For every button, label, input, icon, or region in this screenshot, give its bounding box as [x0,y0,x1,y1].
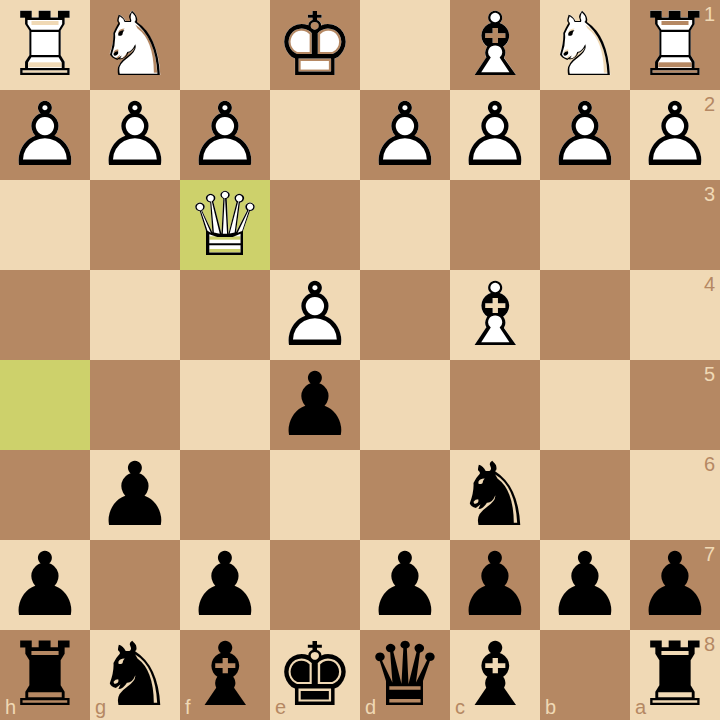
square-f8[interactable]: ♝f [180,630,270,720]
square-d5[interactable] [360,360,450,450]
square-e3[interactable] [270,180,360,270]
square-f5[interactable] [180,360,270,450]
square-h4[interactable] [0,270,90,360]
square-h2[interactable]: ♟ [0,90,90,180]
rank-label-6: 6 [704,454,715,474]
piece-white-pawn-d2[interactable]: ♟ [360,90,450,180]
square-g8[interactable]: ♞g [90,630,180,720]
rank-label-4: 4 [704,274,715,294]
piece-black-pawn-d7[interactable]: ♟ [360,540,450,630]
piece-white-rook-h1[interactable]: ♜ [0,0,90,90]
piece-black-knight-c6[interactable]: ♞ [450,450,540,540]
square-h1[interactable]: ♜ [0,0,90,90]
square-f4[interactable] [180,270,270,360]
square-d7[interactable]: ♟ [360,540,450,630]
piece-white-king-e1[interactable]: ♚ [270,0,360,90]
square-d8[interactable]: ♛d [360,630,450,720]
square-g3[interactable] [90,180,180,270]
square-c1[interactable]: ♝ [450,0,540,90]
piece-white-pawn-a2[interactable]: ♟ [630,90,720,180]
piece-white-knight-b1[interactable]: ♞ [540,0,630,90]
square-f7[interactable]: ♟ [180,540,270,630]
square-g2[interactable]: ♟ [90,90,180,180]
square-f3[interactable]: ♛ [180,180,270,270]
square-e2[interactable] [270,90,360,180]
file-label-b: b [545,697,556,717]
piece-white-pawn-g2[interactable]: ♟ [90,90,180,180]
square-c3[interactable] [450,180,540,270]
square-e4[interactable]: ♟ [270,270,360,360]
piece-black-knight-g8[interactable]: ♞ [90,630,180,720]
square-d2[interactable]: ♟ [360,90,450,180]
square-g7[interactable] [90,540,180,630]
square-b3[interactable] [540,180,630,270]
square-b2[interactable]: ♟ [540,90,630,180]
piece-white-pawn-e4[interactable]: ♟ [270,270,360,360]
piece-black-bishop-c8[interactable]: ♝ [450,630,540,720]
square-b1[interactable]: ♞ [540,0,630,90]
square-e8[interactable]: ♚e [270,630,360,720]
square-g1[interactable]: ♞ [90,0,180,90]
square-c5[interactable] [450,360,540,450]
piece-black-pawn-f7[interactable]: ♟ [180,540,270,630]
square-a1[interactable]: ♜1 [630,0,720,90]
square-h8[interactable]: ♜h [0,630,90,720]
piece-black-bishop-f8[interactable]: ♝ [180,630,270,720]
square-c7[interactable]: ♟ [450,540,540,630]
piece-white-knight-g1[interactable]: ♞ [90,0,180,90]
square-a7[interactable]: ♟7 [630,540,720,630]
square-f6[interactable] [180,450,270,540]
piece-white-queen-f3[interactable]: ♛ [180,180,270,270]
square-e1[interactable]: ♚ [270,0,360,90]
square-h7[interactable]: ♟ [0,540,90,630]
rank-label-3: 3 [704,184,715,204]
piece-black-queen-d8[interactable]: ♛ [360,630,450,720]
piece-black-pawn-a7[interactable]: ♟ [630,540,720,630]
piece-black-rook-h8[interactable]: ♜ [0,630,90,720]
square-a5[interactable]: 5 [630,360,720,450]
square-c4[interactable]: ♝ [450,270,540,360]
rank-label-5: 5 [704,364,715,384]
piece-white-pawn-c2[interactable]: ♟ [450,90,540,180]
square-e5[interactable]: ♟ [270,360,360,450]
piece-white-bishop-c1[interactable]: ♝ [450,0,540,90]
piece-white-pawn-b2[interactable]: ♟ [540,90,630,180]
square-a4[interactable]: 4 [630,270,720,360]
piece-white-rook-a1[interactable]: ♜ [630,0,720,90]
piece-black-pawn-e5[interactable]: ♟ [270,360,360,450]
square-b5[interactable] [540,360,630,450]
square-g5[interactable] [90,360,180,450]
square-a3[interactable]: 3 [630,180,720,270]
square-a8[interactable]: ♜8a [630,630,720,720]
square-e7[interactable] [270,540,360,630]
square-c2[interactable]: ♟ [450,90,540,180]
square-g4[interactable] [90,270,180,360]
square-b8[interactable]: b [540,630,630,720]
square-d3[interactable] [360,180,450,270]
square-a6[interactable]: 6 [630,450,720,540]
square-f1[interactable] [180,0,270,90]
piece-black-pawn-c7[interactable]: ♟ [450,540,540,630]
piece-white-pawn-f2[interactable]: ♟ [180,90,270,180]
piece-white-pawn-h2[interactable]: ♟ [0,90,90,180]
square-g6[interactable]: ♟ [90,450,180,540]
square-f2[interactable]: ♟ [180,90,270,180]
square-b7[interactable]: ♟ [540,540,630,630]
piece-white-bishop-c4[interactable]: ♝ [450,270,540,360]
square-c6[interactable]: ♞ [450,450,540,540]
square-h3[interactable] [0,180,90,270]
chess-board: ♜♞♚♝♞♜1♟♟♟♟♟♟♟2♛3♟♝4♟5♟♞6♟♟♟♟♟♟7♜h♞g♝f♚e… [0,0,720,720]
square-e6[interactable] [270,450,360,540]
square-d1[interactable] [360,0,450,90]
square-d6[interactable] [360,450,450,540]
piece-black-pawn-g6[interactable]: ♟ [90,450,180,540]
piece-black-pawn-h7[interactable]: ♟ [0,540,90,630]
piece-black-pawn-b7[interactable]: ♟ [540,540,630,630]
square-a2[interactable]: ♟2 [630,90,720,180]
square-c8[interactable]: ♝c [450,630,540,720]
square-b4[interactable] [540,270,630,360]
piece-black-rook-a8[interactable]: ♜ [630,630,720,720]
square-b6[interactable] [540,450,630,540]
square-h6[interactable] [0,450,90,540]
square-h5[interactable] [0,360,90,450]
square-d4[interactable] [360,270,450,360]
piece-black-king-e8[interactable]: ♚ [270,630,360,720]
